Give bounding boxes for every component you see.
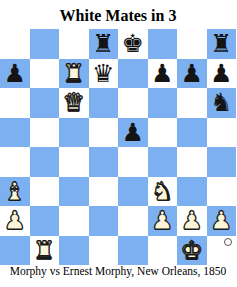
square-a8[interactable] — [0, 29, 30, 59]
square-b6[interactable] — [30, 88, 60, 118]
square-b3[interactable] — [30, 177, 60, 207]
square-e2[interactable] — [118, 206, 148, 236]
white-pawn[interactable]: ♟ — [210, 206, 232, 236]
square-c1[interactable] — [59, 236, 89, 266]
square-h2[interactable]: ♟ — [207, 206, 237, 236]
black-pawn[interactable]: ♟ — [210, 59, 232, 89]
square-d2[interactable] — [89, 206, 119, 236]
white-queen[interactable]: ♛ — [63, 88, 85, 118]
square-f8[interactable] — [148, 29, 178, 59]
chess-board: ♜♚♜♟♜♛♟♟♟♛♞♟♝♞♟♟♟♟♜♚ — [0, 29, 236, 265]
black-pawn[interactable]: ♟ — [4, 59, 26, 89]
square-b2[interactable] — [30, 206, 60, 236]
square-d3[interactable] — [89, 177, 119, 207]
white-knight[interactable]: ♞ — [151, 177, 173, 207]
black-rook[interactable]: ♜ — [92, 29, 114, 59]
square-e6[interactable] — [118, 88, 148, 118]
square-d4[interactable] — [89, 147, 119, 177]
square-g4[interactable] — [177, 147, 207, 177]
square-b4[interactable] — [30, 147, 60, 177]
square-g8[interactable] — [177, 29, 207, 59]
square-h5[interactable] — [207, 118, 237, 148]
square-c4[interactable] — [59, 147, 89, 177]
black-rook[interactable]: ♜ — [210, 29, 232, 59]
white-rook[interactable]: ♜ — [33, 236, 55, 266]
puzzle-title: White Mates in 3 — [0, 0, 236, 29]
black-knight[interactable]: ♞ — [210, 88, 232, 118]
square-c6[interactable]: ♛ — [59, 88, 89, 118]
square-d5[interactable] — [89, 118, 119, 148]
square-a7[interactable]: ♟ — [0, 59, 30, 89]
white-king[interactable]: ♚ — [181, 236, 203, 266]
square-d7[interactable]: ♛ — [89, 59, 119, 89]
square-c5[interactable] — [59, 118, 89, 148]
square-f3[interactable]: ♞ — [148, 177, 178, 207]
square-a5[interactable] — [0, 118, 30, 148]
chess-puzzle-page: White Mates in 3 ♜♚♜♟♜♛♟♟♟♛♞♟♝♞♟♟♟♟♜♚ Mo… — [0, 0, 236, 287]
square-c3[interactable] — [59, 177, 89, 207]
black-queen[interactable]: ♛ — [92, 59, 114, 89]
square-d6[interactable] — [89, 88, 119, 118]
square-d1[interactable] — [89, 236, 119, 266]
square-g5[interactable] — [177, 118, 207, 148]
square-c2[interactable] — [59, 206, 89, 236]
square-h4[interactable] — [207, 147, 237, 177]
game-caption: Morphy vs Ernest Morphy, New Orleans, 18… — [0, 265, 236, 277]
square-a1[interactable] — [0, 236, 30, 266]
square-h3[interactable] — [207, 177, 237, 207]
square-a4[interactable] — [0, 147, 30, 177]
white-rook[interactable]: ♜ — [63, 59, 85, 89]
square-a2[interactable]: ♟ — [0, 206, 30, 236]
square-b5[interactable] — [30, 118, 60, 148]
square-g1[interactable]: ♚ — [177, 236, 207, 266]
square-e4[interactable] — [118, 147, 148, 177]
square-f6[interactable] — [148, 88, 178, 118]
square-f7[interactable]: ♟ — [148, 59, 178, 89]
square-e5[interactable]: ♟ — [118, 118, 148, 148]
white-pawn[interactable]: ♟ — [181, 206, 203, 236]
white-pawn[interactable]: ♟ — [4, 206, 26, 236]
black-pawn[interactable]: ♟ — [181, 59, 203, 89]
square-e3[interactable] — [118, 177, 148, 207]
square-g7[interactable]: ♟ — [177, 59, 207, 89]
square-c7[interactable]: ♜ — [59, 59, 89, 89]
black-pawn[interactable]: ♟ — [151, 59, 173, 89]
square-e7[interactable] — [118, 59, 148, 89]
square-g2[interactable]: ♟ — [177, 206, 207, 236]
square-h7[interactable]: ♟ — [207, 59, 237, 89]
black-king[interactable]: ♚ — [122, 29, 144, 59]
square-e8[interactable]: ♚ — [118, 29, 148, 59]
square-d8[interactable]: ♜ — [89, 29, 119, 59]
square-h6[interactable]: ♞ — [207, 88, 237, 118]
square-g6[interactable] — [177, 88, 207, 118]
square-f4[interactable] — [148, 147, 178, 177]
square-h8[interactable]: ♜ — [207, 29, 237, 59]
square-a6[interactable] — [0, 88, 30, 118]
square-b1[interactable]: ♜ — [30, 236, 60, 266]
square-b8[interactable] — [30, 29, 60, 59]
black-pawn[interactable]: ♟ — [122, 118, 144, 148]
square-b7[interactable] — [30, 59, 60, 89]
square-c8[interactable] — [59, 29, 89, 59]
square-f5[interactable] — [148, 118, 178, 148]
square-f2[interactable]: ♟ — [148, 206, 178, 236]
square-a3[interactable]: ♝ — [0, 177, 30, 207]
square-f1[interactable] — [148, 236, 178, 266]
white-bishop[interactable]: ♝ — [4, 177, 26, 207]
white-to-move-indicator — [224, 238, 232, 246]
white-pawn[interactable]: ♟ — [151, 206, 173, 236]
square-g3[interactable] — [177, 177, 207, 207]
square-e1[interactable] — [118, 236, 148, 266]
